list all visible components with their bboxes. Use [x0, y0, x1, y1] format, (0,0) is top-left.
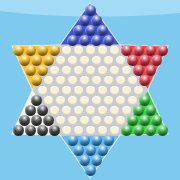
- marble-green[interactable]: [121, 125, 132, 136]
- hole-empty[interactable]: [128, 76, 137, 85]
- hole-empty[interactable]: [80, 56, 89, 65]
- marble-black[interactable]: [43, 115, 54, 126]
- hole-empty[interactable]: [92, 116, 101, 125]
- hole-empty[interactable]: [68, 56, 77, 65]
- hole-empty[interactable]: [80, 76, 89, 85]
- marble-yellow[interactable]: [37, 45, 48, 56]
- hole-empty[interactable]: [122, 86, 131, 95]
- hole-empty[interactable]: [38, 86, 47, 95]
- marble-yellow[interactable]: [31, 55, 42, 66]
- hole-empty[interactable]: [56, 116, 65, 125]
- hole-empty[interactable]: [92, 76, 101, 85]
- hole-empty[interactable]: [50, 106, 59, 115]
- marble-blue[interactable]: [73, 25, 84, 36]
- marble-cyan[interactable]: [85, 165, 96, 176]
- marble-blue[interactable]: [97, 25, 108, 36]
- hole-empty[interactable]: [86, 126, 95, 135]
- hole-empty[interactable]: [98, 66, 107, 75]
- hole-empty[interactable]: [116, 96, 125, 105]
- marble-green[interactable]: [139, 115, 150, 126]
- hole-empty[interactable]: [110, 126, 119, 135]
- marble-cyan[interactable]: [73, 145, 84, 156]
- hole-empty[interactable]: [98, 126, 107, 135]
- marble-blue[interactable]: [67, 35, 78, 46]
- hole-empty[interactable]: [62, 86, 71, 95]
- marble-green[interactable]: [145, 125, 156, 136]
- hole-empty[interactable]: [74, 106, 83, 115]
- marble-green[interactable]: [133, 105, 144, 116]
- marble-cyan[interactable]: [85, 145, 96, 156]
- hole-empty[interactable]: [134, 86, 143, 95]
- marble-red[interactable]: [133, 65, 144, 76]
- hole-empty[interactable]: [62, 126, 71, 135]
- hole-empty[interactable]: [86, 66, 95, 75]
- hole-empty[interactable]: [56, 76, 65, 85]
- marble-red[interactable]: [139, 75, 150, 86]
- hole-empty[interactable]: [62, 66, 71, 75]
- marble-blue[interactable]: [85, 5, 96, 16]
- marble-cyan[interactable]: [97, 145, 108, 156]
- marble-black[interactable]: [31, 115, 42, 126]
- marble-blue[interactable]: [91, 35, 102, 46]
- hole-empty[interactable]: [116, 116, 125, 125]
- hole-empty[interactable]: [44, 76, 53, 85]
- chinese-checkers-app: [0, 0, 180, 180]
- hole-empty[interactable]: [110, 46, 119, 55]
- marble-red[interactable]: [127, 55, 138, 66]
- marble-red[interactable]: [151, 55, 162, 66]
- hole-empty[interactable]: [74, 46, 83, 55]
- marble-red[interactable]: [139, 55, 150, 66]
- hole-empty[interactable]: [92, 56, 101, 65]
- hole-empty[interactable]: [50, 66, 59, 75]
- marble-blue[interactable]: [79, 15, 90, 26]
- marble-cyan[interactable]: [103, 135, 114, 146]
- hole-empty[interactable]: [62, 46, 71, 55]
- hole-empty[interactable]: [104, 76, 113, 85]
- marble-yellow[interactable]: [25, 45, 36, 56]
- marble-green[interactable]: [127, 115, 138, 126]
- hole-empty[interactable]: [92, 96, 101, 105]
- marble-blue[interactable]: [91, 15, 102, 26]
- hole-empty[interactable]: [116, 56, 125, 65]
- marble-black[interactable]: [31, 95, 42, 106]
- hole-empty[interactable]: [86, 86, 95, 95]
- hole-empty[interactable]: [98, 106, 107, 115]
- hole-empty[interactable]: [68, 76, 77, 85]
- hole-empty[interactable]: [74, 66, 83, 75]
- marble-yellow[interactable]: [31, 75, 42, 86]
- hole-empty[interactable]: [98, 46, 107, 55]
- marble-yellow[interactable]: [19, 55, 30, 66]
- marble-yellow[interactable]: [43, 55, 54, 66]
- hole-empty[interactable]: [80, 96, 89, 105]
- marble-yellow[interactable]: [49, 45, 60, 56]
- marble-yellow[interactable]: [13, 45, 24, 56]
- hole-empty[interactable]: [110, 66, 119, 75]
- marble-black[interactable]: [37, 105, 48, 116]
- marble-green[interactable]: [157, 125, 168, 136]
- marble-yellow[interactable]: [37, 65, 48, 76]
- marble-cyan[interactable]: [67, 135, 78, 146]
- marble-green[interactable]: [151, 115, 162, 126]
- hole-empty[interactable]: [56, 56, 65, 65]
- hole-empty[interactable]: [104, 116, 113, 125]
- hole-empty[interactable]: [128, 96, 137, 105]
- hole-empty[interactable]: [44, 96, 53, 105]
- marble-black[interactable]: [37, 125, 48, 136]
- hole-empty[interactable]: [104, 56, 113, 65]
- marble-black[interactable]: [25, 125, 36, 136]
- marble-black[interactable]: [19, 115, 30, 126]
- marble-red[interactable]: [145, 65, 156, 76]
- hole-empty[interactable]: [56, 96, 65, 105]
- hole-empty[interactable]: [74, 86, 83, 95]
- marble-red[interactable]: [157, 45, 168, 56]
- hole-empty[interactable]: [68, 96, 77, 105]
- hole-empty[interactable]: [122, 106, 131, 115]
- marble-cyan[interactable]: [79, 135, 90, 146]
- marble-red[interactable]: [145, 45, 156, 56]
- hole-empty[interactable]: [74, 126, 83, 135]
- hole-empty[interactable]: [116, 76, 125, 85]
- hole-empty[interactable]: [86, 46, 95, 55]
- marble-yellow[interactable]: [25, 65, 36, 76]
- marble-blue[interactable]: [103, 35, 114, 46]
- hole-empty[interactable]: [86, 106, 95, 115]
- hole-empty[interactable]: [104, 96, 113, 105]
- hole-empty[interactable]: [50, 86, 59, 95]
- marble-cyan[interactable]: [79, 155, 90, 166]
- marble-green[interactable]: [133, 125, 144, 136]
- marble-black[interactable]: [13, 125, 24, 136]
- marble-black[interactable]: [49, 125, 60, 136]
- hole-empty[interactable]: [62, 106, 71, 115]
- hole-empty[interactable]: [98, 86, 107, 95]
- marble-blue[interactable]: [79, 35, 90, 46]
- hole-empty[interactable]: [110, 106, 119, 115]
- marble-cyan[interactable]: [91, 135, 102, 146]
- hole-empty[interactable]: [110, 86, 119, 95]
- board-grid: [12, 5, 168, 175]
- hole-empty[interactable]: [68, 116, 77, 125]
- marble-red[interactable]: [121, 45, 132, 56]
- marble-green[interactable]: [139, 95, 150, 106]
- marble-blue[interactable]: [85, 25, 96, 36]
- hole-empty[interactable]: [80, 116, 89, 125]
- marble-green[interactable]: [145, 105, 156, 116]
- marble-red[interactable]: [133, 45, 144, 56]
- marble-cyan[interactable]: [91, 155, 102, 166]
- marble-black[interactable]: [25, 105, 36, 116]
- hole-empty[interactable]: [122, 66, 131, 75]
